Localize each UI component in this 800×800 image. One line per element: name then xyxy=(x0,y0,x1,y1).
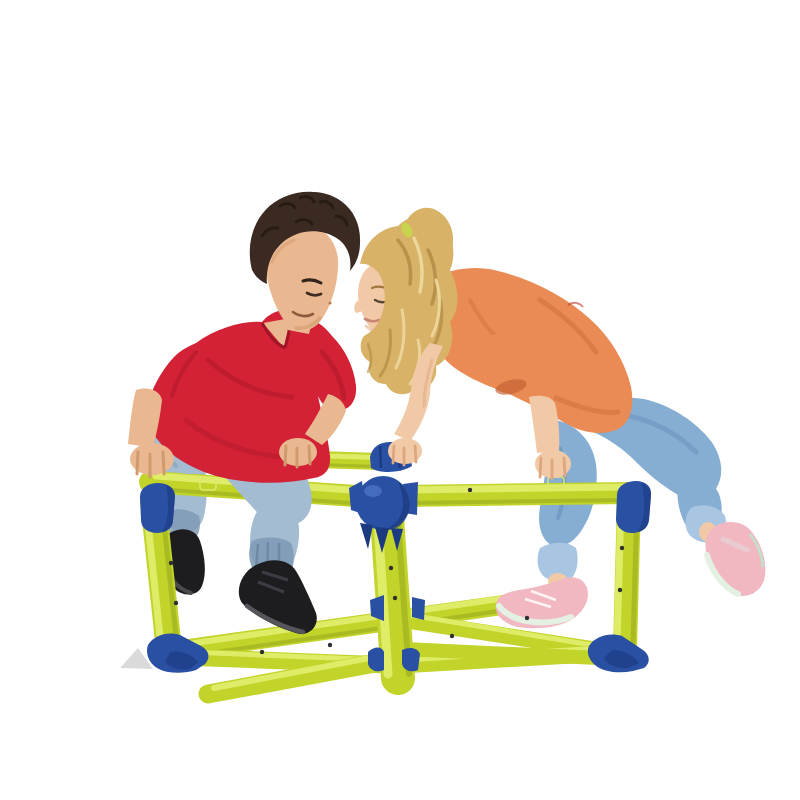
climbing-frame-photo: Two young children climbing on a lime-gr… xyxy=(0,0,800,800)
center-base-lug-right xyxy=(402,648,420,671)
girl-right-shoe xyxy=(705,522,765,596)
tube-top-right xyxy=(402,487,632,503)
boy-nostril xyxy=(328,301,331,304)
boy-shirt xyxy=(147,310,356,482)
tube-base-right-lower xyxy=(404,649,598,658)
center-base-lug-left xyxy=(368,648,384,672)
hub-ball-highlight xyxy=(364,485,382,497)
center-post-joint-right xyxy=(412,597,425,620)
girl-right-forearm xyxy=(529,396,559,453)
product-photo-stage: Two young children climbing on a lime-gr… xyxy=(0,0,800,800)
